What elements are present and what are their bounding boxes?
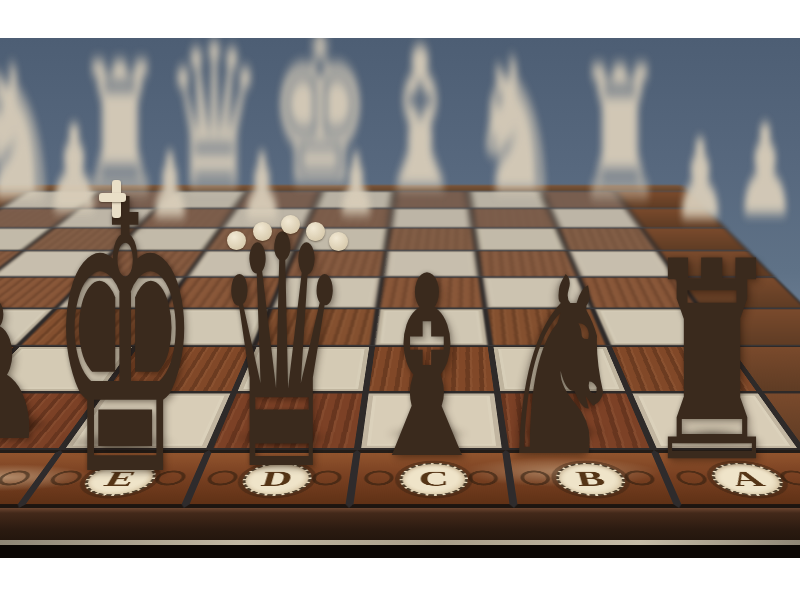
- queen-crown-ball: [306, 222, 325, 241]
- photo-scene: EDCBA ♞♟♜♟♛♟♚♟♝♞♜♟♟ ♚♛♝♞♜♟: [0, 38, 800, 558]
- black-rook-piece: ♜: [627, 226, 798, 501]
- queen-crown-ball: [329, 232, 348, 251]
- top-letterbox-band: [0, 0, 800, 38]
- bottom-letterbox-band: [0, 558, 800, 600]
- queen-crown-ball: [253, 222, 272, 241]
- black-piece-partial-piece: ♟: [0, 278, 87, 468]
- queen-crown-ball: [281, 215, 300, 234]
- queen-crown-ball: [227, 231, 246, 250]
- black-knight-piece: ♞: [471, 246, 651, 491]
- photo-frame: EDCBA ♞♟♜♟♛♟♚♟♝♞♜♟♟ ♚♛♝♞♜♟: [0, 0, 800, 600]
- king-cross-finial: [99, 193, 126, 202]
